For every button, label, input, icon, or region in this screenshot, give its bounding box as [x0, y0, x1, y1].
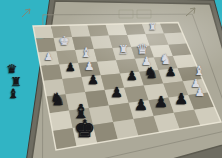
rail-ornament: [22, 9, 30, 17]
piece-black-pawn-c7[interactable]: ♟: [154, 95, 168, 110]
piece-white-bishop-f3[interactable]: ♝: [80, 46, 92, 59]
piece-black-pawn-e6[interactable]: ♟: [110, 86, 122, 100]
piece-black-knight-c5[interactable]: ♞: [144, 66, 158, 82]
square-g5[interactable]: [62, 77, 85, 94]
piece-black-pawn-g4[interactable]: ♟: [65, 63, 75, 75]
captured-black-queen: ♛: [7, 63, 18, 75]
piece-black-pawn-d7[interactable]: ♟: [134, 98, 148, 113]
piece-white-rook-d3[interactable]: ♜: [118, 45, 129, 57]
captured-white-pawn: ♟: [195, 87, 205, 99]
square-h4[interactable]: [40, 65, 62, 81]
piece-black-pawn-d5[interactable]: ♟: [126, 70, 137, 83]
captured-white-bishop: ♝: [193, 64, 205, 77]
piece-black-pawn-b7[interactable]: ♟: [174, 92, 188, 107]
piece-white-pawn-f4[interactable]: ♟: [84, 61, 94, 73]
square-h7[interactable]: [49, 111, 72, 131]
piece-white-king-g2[interactable]: ♚: [59, 35, 70, 48]
chess-board-3d: [0, 0, 222, 158]
piece-white-rook-b1[interactable]: ♜: [149, 22, 158, 32]
chess-game-screen: ♚♛♜♜♝♞♟♟♟♚♝♞♞♟♟♟♟♟♟♟♟♛♜♝♝♟♟: [0, 0, 222, 158]
piece-white-pawn-h3[interactable]: ♟: [44, 51, 53, 61]
piece-black-pawn-b5[interactable]: ♟: [165, 66, 176, 79]
captured-black-bishop: ♝: [7, 87, 19, 100]
square-h1[interactable]: [33, 26, 54, 39]
piece-black-knight-h6[interactable]: ♞: [50, 91, 65, 108]
piece-black-pawn-f5[interactable]: ♟: [87, 74, 98, 87]
piece-black-king-g8[interactable]: ♚: [74, 117, 96, 141]
